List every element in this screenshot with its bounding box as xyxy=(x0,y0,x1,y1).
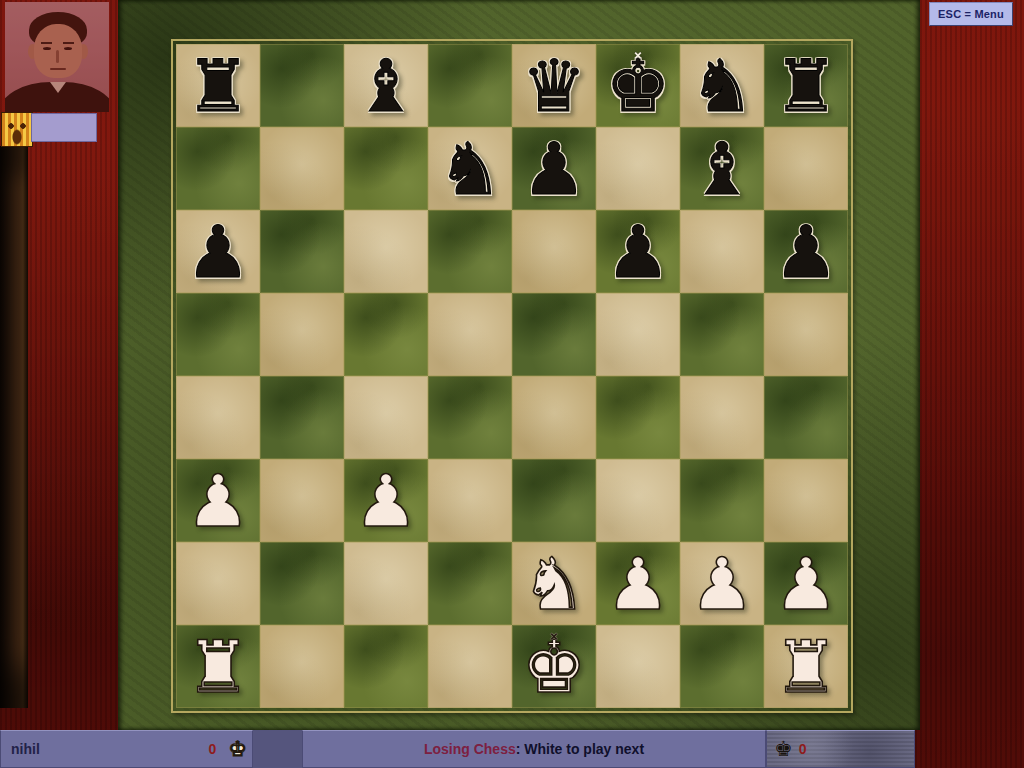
square-a7[interactable] xyxy=(176,127,260,210)
square-d8[interactable] xyxy=(428,44,512,127)
piece-white-pawn[interactable]: ♟ xyxy=(596,542,680,625)
square-c8[interactable]: ♝ xyxy=(344,44,428,127)
square-g2[interactable]: ♟ xyxy=(680,542,764,625)
square-b3[interactable] xyxy=(260,459,344,542)
square-a5[interactable] xyxy=(176,293,260,376)
portrait-red-tint xyxy=(5,2,109,112)
chess-board: ♜♝♛♚×♞♜♞♟♝♟♟♟♟♟♞♟♟♟♜♚×♜ xyxy=(171,39,853,713)
player-info-bar: nihil 0 ♚ xyxy=(0,730,253,768)
square-c5[interactable] xyxy=(344,293,428,376)
piece-black-knight[interactable]: ♞ xyxy=(680,44,764,127)
square-g6[interactable] xyxy=(680,210,764,293)
square-b1[interactable] xyxy=(260,625,344,708)
square-g3[interactable] xyxy=(680,459,764,542)
book-spine xyxy=(0,146,28,708)
game-window: ESC = Menu ♜♝♛♚×♞♜♞♟♝♟♟♟♟♟♞♟♟♟♜♚×♜ nihil… xyxy=(0,0,1024,768)
square-f4[interactable] xyxy=(596,376,680,459)
square-f2[interactable]: ♟ xyxy=(596,542,680,625)
square-c7[interactable] xyxy=(344,127,428,210)
square-g4[interactable] xyxy=(680,376,764,459)
square-e2[interactable]: ♞ xyxy=(512,542,596,625)
piece-black-pawn[interactable]: ♟ xyxy=(176,210,260,293)
square-a6[interactable]: ♟ xyxy=(176,210,260,293)
piece-black-king[interactable]: ♚× xyxy=(596,44,680,127)
white-capture-count: 0 xyxy=(208,741,216,757)
square-f7[interactable] xyxy=(596,127,680,210)
square-h1[interactable]: ♜ xyxy=(764,625,848,708)
game-status-bar: Losing Chess: White to play next xyxy=(302,730,766,768)
square-g1[interactable] xyxy=(680,625,764,708)
square-e3[interactable] xyxy=(512,459,596,542)
piece-white-pawn[interactable]: ♟ xyxy=(176,459,260,542)
square-e7[interactable]: ♟ xyxy=(512,127,596,210)
piece-white-pawn[interactable]: ♟ xyxy=(344,459,428,542)
piece-black-rook[interactable]: ♜ xyxy=(764,44,848,127)
square-h7[interactable] xyxy=(764,127,848,210)
square-a8[interactable]: ♜ xyxy=(176,44,260,127)
square-a3[interactable]: ♟ xyxy=(176,459,260,542)
piece-black-knight[interactable]: ♞ xyxy=(428,127,512,210)
opponent-portrait xyxy=(5,2,109,112)
square-e6[interactable] xyxy=(512,210,596,293)
square-d6[interactable] xyxy=(428,210,512,293)
piece-white-rook[interactable]: ♜ xyxy=(764,625,848,708)
square-a4[interactable] xyxy=(176,376,260,459)
piece-black-pawn[interactable]: ♟ xyxy=(512,127,596,210)
square-f1[interactable] xyxy=(596,625,680,708)
square-e4[interactable] xyxy=(512,376,596,459)
piece-black-pawn[interactable]: ♟ xyxy=(596,210,680,293)
square-b8[interactable] xyxy=(260,44,344,127)
square-h2[interactable]: ♟ xyxy=(764,542,848,625)
black-king-x-marker: × xyxy=(634,48,642,62)
square-e1[interactable]: ♚× xyxy=(512,625,596,708)
square-d1[interactable] xyxy=(428,625,512,708)
square-h4[interactable] xyxy=(764,376,848,459)
white-king-x-marker: × xyxy=(550,629,558,643)
square-b2[interactable] xyxy=(260,542,344,625)
piece-black-bishop[interactable]: ♝ xyxy=(680,127,764,210)
square-f5[interactable] xyxy=(596,293,680,376)
square-d4[interactable] xyxy=(428,376,512,459)
esc-menu-badge[interactable]: ESC = Menu xyxy=(929,2,1013,26)
square-d2[interactable] xyxy=(428,542,512,625)
square-e8[interactable]: ♛ xyxy=(512,44,596,127)
square-b5[interactable] xyxy=(260,293,344,376)
piece-white-pawn[interactable]: ♟ xyxy=(680,542,764,625)
square-a2[interactable] xyxy=(176,542,260,625)
square-f3[interactable] xyxy=(596,459,680,542)
black-captured-piece-icon: ♚ xyxy=(774,739,793,760)
square-c6[interactable] xyxy=(344,210,428,293)
square-d3[interactable] xyxy=(428,459,512,542)
square-c4[interactable] xyxy=(344,376,428,459)
smiley-avatar-icon xyxy=(1,112,33,147)
turn-status-text: : White to play next xyxy=(516,741,644,757)
player-name: nihil xyxy=(1,741,208,757)
square-g5[interactable] xyxy=(680,293,764,376)
status-bar-divider xyxy=(253,730,302,768)
square-c3[interactable]: ♟ xyxy=(344,459,428,542)
square-a1[interactable]: ♜ xyxy=(176,625,260,708)
square-e5[interactable] xyxy=(512,293,596,376)
square-h5[interactable] xyxy=(764,293,848,376)
square-h3[interactable] xyxy=(764,459,848,542)
square-c1[interactable] xyxy=(344,625,428,708)
square-g7[interactable]: ♝ xyxy=(680,127,764,210)
square-c2[interactable] xyxy=(344,542,428,625)
opponent-capture-bar: ♚ 0 xyxy=(766,730,915,768)
square-f8[interactable]: ♚× xyxy=(596,44,680,127)
opponent-name-chip xyxy=(31,113,97,142)
piece-black-queen[interactable]: ♛ xyxy=(512,44,596,127)
square-b7[interactable] xyxy=(260,127,344,210)
black-capture-count: 0 xyxy=(799,741,807,757)
board-grid: ♜♝♛♚×♞♜♞♟♝♟♟♟♟♟♞♟♟♟♜♚×♜ xyxy=(176,44,848,708)
square-d5[interactable] xyxy=(428,293,512,376)
piece-white-pawn[interactable]: ♟ xyxy=(764,542,848,625)
variant-label: Losing Chess xyxy=(424,741,516,757)
piece-white-rook[interactable]: ♜ xyxy=(176,625,260,708)
piece-white-king[interactable]: ♚× xyxy=(512,625,596,708)
square-b4[interactable] xyxy=(260,376,344,459)
square-h6[interactable]: ♟ xyxy=(764,210,848,293)
white-captured-piece-icon: ♚ xyxy=(228,739,247,760)
piece-black-pawn[interactable]: ♟ xyxy=(764,210,848,293)
square-g8[interactable]: ♞ xyxy=(680,44,764,127)
square-h8[interactable]: ♜ xyxy=(764,44,848,127)
square-d7[interactable]: ♞ xyxy=(428,127,512,210)
piece-black-bishop[interactable]: ♝ xyxy=(344,44,428,127)
piece-black-rook[interactable]: ♜ xyxy=(176,44,260,127)
piece-white-knight[interactable]: ♞ xyxy=(512,542,596,625)
square-b6[interactable] xyxy=(260,210,344,293)
square-f6[interactable]: ♟ xyxy=(596,210,680,293)
